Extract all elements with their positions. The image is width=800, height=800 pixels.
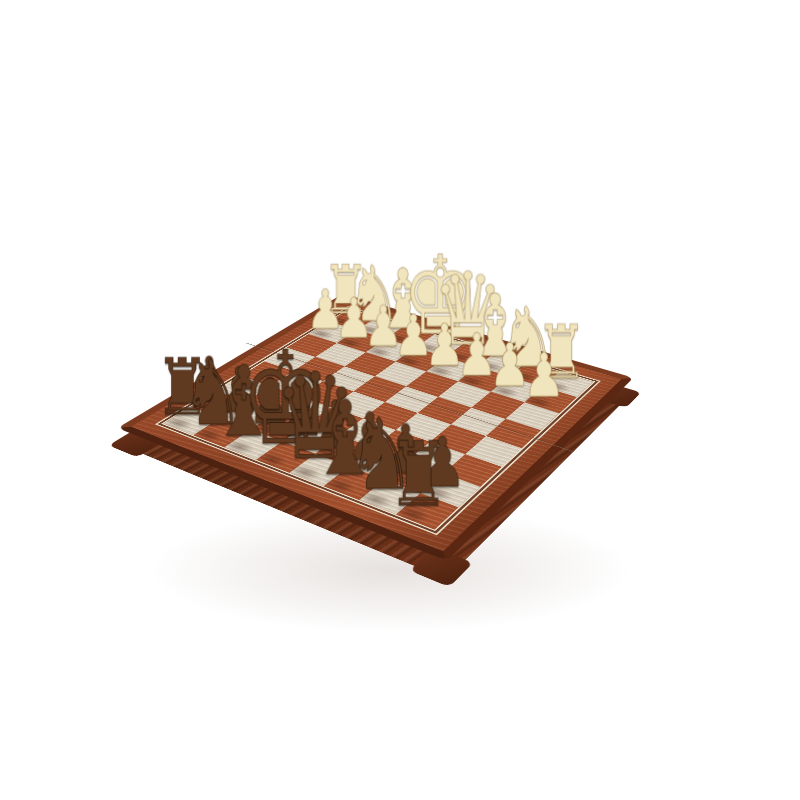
chess-set-product-photo: ♜♞♝♚♛♝♞♜♟♟♟♟♟♟♟♟♟♟♟♟♟♟♟♟♜♞♝♚♛♝♞♜	[0, 0, 800, 800]
board-foot-south	[409, 547, 473, 587]
board-foot-east	[592, 382, 642, 407]
board-3d-wrapper: ♜♞♝♚♛♝♞♜♟♟♟♟♟♟♟♟♟♟♟♟♟♟♟♟♜♞♝♚♛♝♞♜	[199, 216, 570, 587]
square-e5[interactable]	[331, 391, 385, 418]
dark-rook-h8[interactable]: ♜	[148, 348, 217, 426]
board-foot-west	[108, 428, 165, 457]
dark-pawn-h7[interactable]: ♟	[176, 349, 243, 410]
white-rook-h1[interactable]: ♜	[317, 257, 376, 324]
